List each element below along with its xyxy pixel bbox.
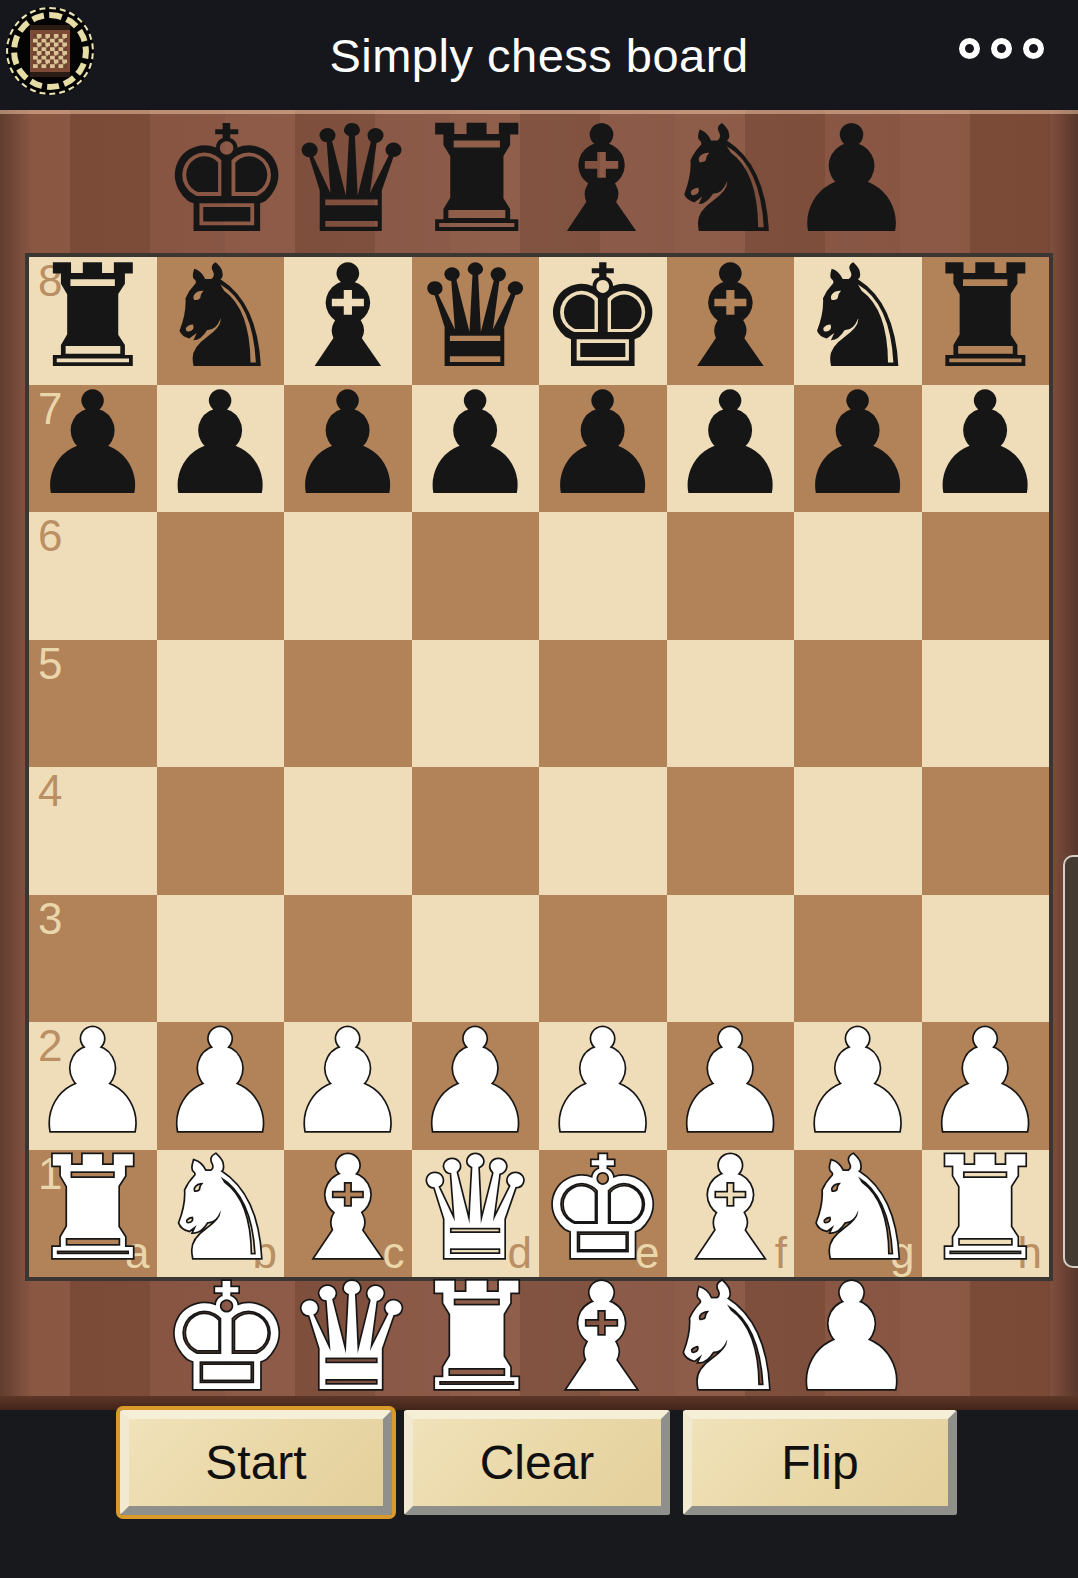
black-queen-icon: ♛ — [285, 106, 418, 254]
black-pawn[interactable]: ♟ — [794, 373, 921, 515]
menu-dot-icon — [959, 38, 980, 59]
tray-black-queen[interactable]: ♛ — [289, 110, 414, 253]
square-h5[interactable] — [922, 640, 1050, 768]
square-f7[interactable]: ♟ — [667, 385, 795, 513]
white-piece-tray: ♚♛♜♝♞♟ — [0, 1280, 1078, 1400]
square-a5[interactable]: 5 — [29, 640, 157, 768]
overflow-menu-button[interactable] — [959, 36, 1044, 60]
black-pawn-icon: ♟ — [785, 106, 918, 254]
square-c7[interactable]: ♟ — [284, 385, 412, 513]
button-bar: Start Clear Flip — [0, 1410, 1078, 1520]
black-pawn[interactable]: ♟ — [412, 373, 539, 515]
square-a7[interactable]: 7♟ — [29, 385, 157, 513]
square-a4[interactable]: 4 — [29, 767, 157, 895]
rank-label: 5 — [38, 642, 62, 686]
tray-white-king[interactable]: ♚ — [164, 1280, 289, 1400]
square-f4[interactable] — [667, 767, 795, 895]
white-bishop-icon: ♝ — [535, 1264, 668, 1412]
tray-black-rook[interactable]: ♜ — [414, 110, 539, 253]
square-g4[interactable] — [794, 767, 922, 895]
square-a6[interactable]: 6 — [29, 512, 157, 640]
square-g5[interactable] — [794, 640, 922, 768]
start-button[interactable]: Start — [120, 1410, 392, 1515]
scrollbar-thumb[interactable] — [1063, 855, 1078, 1268]
black-bishop-icon: ♝ — [535, 106, 668, 254]
tray-white-knight[interactable]: ♞ — [664, 1280, 789, 1400]
clear-button[interactable]: Clear — [404, 1410, 670, 1515]
square-f5[interactable] — [667, 640, 795, 768]
square-c4[interactable] — [284, 767, 412, 895]
black-pawn[interactable]: ♟ — [284, 373, 411, 515]
flip-button[interactable]: Flip — [683, 1410, 957, 1515]
square-h1[interactable]: h♜ — [922, 1150, 1050, 1278]
black-king-icon: ♚ — [160, 106, 293, 254]
white-rook[interactable]: ♜ — [922, 1138, 1049, 1280]
tray-black-king[interactable]: ♚ — [164, 110, 289, 253]
white-knight-icon: ♞ — [660, 1264, 793, 1412]
white-rook-icon: ♜ — [410, 1264, 543, 1412]
app-screen: Simply chess board ♚♛♜♝♞♟ 8♜♞♝♛♚♝♞♜7♟♟♟♟… — [0, 0, 1078, 1578]
rank-label: 3 — [38, 897, 62, 941]
square-e5[interactable] — [539, 640, 667, 768]
black-pawn[interactable]: ♟ — [539, 373, 666, 515]
square-a1[interactable]: 1a♜ — [29, 1150, 157, 1278]
square-b4[interactable] — [157, 767, 285, 895]
tray-black-knight[interactable]: ♞ — [664, 110, 789, 253]
rank-label: 4 — [38, 769, 62, 813]
black-pawn[interactable]: ♟ — [29, 373, 156, 515]
square-c5[interactable] — [284, 640, 412, 768]
tray-white-rook[interactable]: ♜ — [414, 1280, 539, 1400]
white-rook[interactable]: ♜ — [29, 1138, 156, 1280]
white-king-icon: ♚ — [160, 1264, 293, 1412]
black-knight-icon: ♞ — [660, 106, 793, 254]
board-frame: ♚♛♜♝♞♟ 8♜♞♝♛♚♝♞♜7♟♟♟♟♟♟♟♟65432♟♟♟♟♟♟♟♟1a… — [0, 110, 1078, 1410]
square-h6[interactable] — [922, 512, 1050, 640]
square-g7[interactable]: ♟ — [794, 385, 922, 513]
square-d5[interactable] — [412, 640, 540, 768]
square-h7[interactable]: ♟ — [922, 385, 1050, 513]
square-d6[interactable] — [412, 512, 540, 640]
black-rook-icon: ♜ — [410, 106, 543, 254]
tray-white-queen[interactable]: ♛ — [289, 1280, 414, 1400]
menu-dot-icon — [991, 38, 1012, 59]
black-piece-tray: ♚♛♜♝♞♟ — [0, 110, 1078, 253]
rank-label: 6 — [38, 514, 62, 558]
square-g6[interactable] — [794, 512, 922, 640]
square-d7[interactable]: ♟ — [412, 385, 540, 513]
square-e6[interactable] — [539, 512, 667, 640]
tray-white-bishop[interactable]: ♝ — [539, 1280, 664, 1400]
square-b5[interactable] — [157, 640, 285, 768]
square-b6[interactable] — [157, 512, 285, 640]
square-b7[interactable]: ♟ — [157, 385, 285, 513]
chess-board: 8♜♞♝♛♚♝♞♜7♟♟♟♟♟♟♟♟65432♟♟♟♟♟♟♟♟1a♜b♞c♝d♛… — [25, 253, 1053, 1281]
app-title: Simply chess board — [0, 28, 1078, 83]
black-pawn[interactable]: ♟ — [667, 373, 794, 515]
menu-dot-icon — [1023, 38, 1044, 59]
square-e4[interactable] — [539, 767, 667, 895]
white-pawn-icon: ♟ — [785, 1264, 918, 1412]
white-queen-icon: ♛ — [285, 1264, 418, 1412]
black-pawn[interactable]: ♟ — [157, 373, 284, 515]
square-e7[interactable]: ♟ — [539, 385, 667, 513]
square-f6[interactable] — [667, 512, 795, 640]
tray-black-pawn[interactable]: ♟ — [789, 110, 914, 253]
tray-white-pawn[interactable]: ♟ — [789, 1280, 914, 1400]
square-c6[interactable] — [284, 512, 412, 640]
black-pawn[interactable]: ♟ — [922, 373, 1049, 515]
square-h4[interactable] — [922, 767, 1050, 895]
tray-black-bishop[interactable]: ♝ — [539, 110, 664, 253]
square-d4[interactable] — [412, 767, 540, 895]
